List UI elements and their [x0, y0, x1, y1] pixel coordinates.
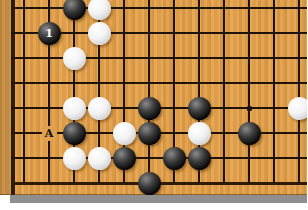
board-outer-margin [0, 0, 11, 195]
black-stone [113, 147, 136, 170]
black-stone: 1 [38, 22, 61, 45]
black-stone [163, 147, 186, 170]
white-stone [63, 47, 86, 70]
stone-number-label: 1 [38, 22, 61, 45]
white-stone [63, 147, 86, 170]
board-left-edge [11, 0, 15, 195]
point-label-a[interactable]: A [42, 126, 57, 141]
grid-vertical-line [248, 0, 250, 183]
grid-vertical-line [223, 0, 225, 183]
grid-horizontal-line [11, 82, 307, 84]
grid-vertical-line [273, 0, 275, 183]
black-stone [63, 0, 86, 20]
go-diagram: 1A [0, 0, 307, 210]
white-stone [88, 22, 111, 45]
go-board[interactable]: 1A [0, 0, 307, 195]
black-stone [188, 97, 211, 120]
grid-vertical-line [298, 0, 300, 183]
white-stone [288, 97, 308, 120]
grid-horizontal-line [11, 7, 307, 9]
white-stone [188, 122, 211, 145]
black-stone [138, 172, 161, 195]
grid-vertical-line [23, 0, 25, 183]
grid-vertical-line [148, 0, 150, 183]
board-drop-shadow [10, 195, 307, 203]
white-stone [88, 147, 111, 170]
white-stone [88, 0, 111, 20]
black-stone [138, 122, 161, 145]
grid-horizontal-line [11, 57, 307, 59]
black-stone [238, 122, 261, 145]
grid-horizontal-line [11, 157, 307, 159]
white-stone [88, 97, 111, 120]
black-stone [138, 97, 161, 120]
star-point [247, 106, 252, 111]
white-stone [63, 97, 86, 120]
white-stone [113, 122, 136, 145]
black-stone [188, 147, 211, 170]
black-stone [63, 122, 86, 145]
